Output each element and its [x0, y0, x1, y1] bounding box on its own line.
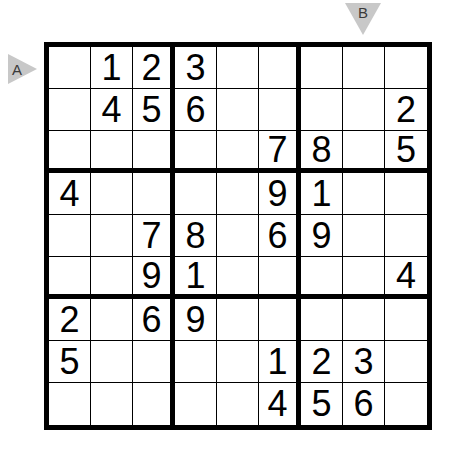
cell-r1c1[interactable] [49, 47, 91, 89]
cell-r8c8[interactable]: 3 [343, 341, 385, 383]
cell-r2c9[interactable]: 2 [385, 89, 427, 131]
cell-r9c8[interactable]: 6 [343, 383, 385, 425]
cell-r1c5[interactable] [217, 47, 259, 89]
cell-r8c2[interactable] [91, 341, 133, 383]
cell-r8c9[interactable] [385, 341, 427, 383]
cell-r8c1[interactable]: 5 [49, 341, 91, 383]
cell-r3c2[interactable] [91, 131, 133, 173]
cell-r1c6[interactable] [259, 47, 301, 89]
cell-r1c2[interactable]: 1 [91, 47, 133, 89]
cell-r9c7[interactable]: 5 [301, 383, 343, 425]
cell-r3c7[interactable]: 8 [301, 131, 343, 173]
cell-r6c3[interactable]: 9 [133, 257, 175, 299]
cell-r3c5[interactable] [217, 131, 259, 173]
cell-r5c8[interactable] [343, 215, 385, 257]
cell-r1c3[interactable]: 2 [133, 47, 175, 89]
cell-r3c1[interactable] [49, 131, 91, 173]
cell-r3c3[interactable] [133, 131, 175, 173]
puzzle-page: A B 123456278549178699142695123456 [0, 0, 472, 469]
cell-r7c1[interactable]: 2 [49, 299, 91, 341]
cell-r9c1[interactable] [49, 383, 91, 425]
cell-r7c7[interactable] [301, 299, 343, 341]
cell-r2c7[interactable] [301, 89, 343, 131]
cell-r4c2[interactable] [91, 173, 133, 215]
cell-r4c4[interactable] [175, 173, 217, 215]
cell-r1c4[interactable]: 3 [175, 47, 217, 89]
cell-r4c7[interactable]: 1 [301, 173, 343, 215]
cell-r7c3[interactable]: 6 [133, 299, 175, 341]
cell-r9c5[interactable] [217, 383, 259, 425]
cell-r4c5[interactable] [217, 173, 259, 215]
cell-r7c4[interactable]: 9 [175, 299, 217, 341]
cell-r4c6[interactable]: 9 [259, 173, 301, 215]
sudoku-board: 123456278549178699142695123456 [44, 42, 432, 430]
cell-r2c8[interactable] [343, 89, 385, 131]
cell-r3c4[interactable] [175, 131, 217, 173]
cell-r7c5[interactable] [217, 299, 259, 341]
cell-r6c5[interactable] [217, 257, 259, 299]
cell-r7c6[interactable] [259, 299, 301, 341]
cell-r5c4[interactable]: 8 [175, 215, 217, 257]
cell-r5c5[interactable] [217, 215, 259, 257]
cell-r2c4[interactable]: 6 [175, 89, 217, 131]
cell-r1c7[interactable] [301, 47, 343, 89]
cell-r9c3[interactable] [133, 383, 175, 425]
cell-r8c6[interactable]: 1 [259, 341, 301, 383]
cell-r5c9[interactable] [385, 215, 427, 257]
cell-r8c5[interactable] [217, 341, 259, 383]
cell-r3c9[interactable]: 5 [385, 131, 427, 173]
cell-r3c6[interactable]: 7 [259, 131, 301, 173]
cell-r4c9[interactable] [385, 173, 427, 215]
cell-r6c2[interactable] [91, 257, 133, 299]
cell-r7c8[interactable] [343, 299, 385, 341]
cell-r4c8[interactable] [343, 173, 385, 215]
cell-r6c4[interactable]: 1 [175, 257, 217, 299]
cell-r2c3[interactable]: 5 [133, 89, 175, 131]
cell-r9c6[interactable]: 4 [259, 383, 301, 425]
cell-r6c6[interactable] [259, 257, 301, 299]
cell-r6c9[interactable]: 4 [385, 257, 427, 299]
cell-r9c9[interactable] [385, 383, 427, 425]
cell-r2c6[interactable] [259, 89, 301, 131]
cell-r1c9[interactable] [385, 47, 427, 89]
cell-r7c2[interactable] [91, 299, 133, 341]
cell-r8c3[interactable] [133, 341, 175, 383]
cell-r5c7[interactable]: 9 [301, 215, 343, 257]
cell-r8c4[interactable] [175, 341, 217, 383]
cell-r9c2[interactable] [91, 383, 133, 425]
cell-r9c4[interactable] [175, 383, 217, 425]
cell-r2c2[interactable]: 4 [91, 89, 133, 131]
cell-r6c1[interactable] [49, 257, 91, 299]
cell-r3c8[interactable] [343, 131, 385, 173]
cell-r5c1[interactable] [49, 215, 91, 257]
marker-a-label: A [12, 61, 22, 78]
cell-r4c1[interactable]: 4 [49, 173, 91, 215]
cell-r5c2[interactable] [91, 215, 133, 257]
cell-r2c5[interactable] [217, 89, 259, 131]
cell-r6c7[interactable] [301, 257, 343, 299]
marker-b: B [345, 3, 381, 35]
cell-r5c3[interactable]: 7 [133, 215, 175, 257]
cell-r5c6[interactable]: 6 [259, 215, 301, 257]
cell-r1c8[interactable] [343, 47, 385, 89]
cell-r2c1[interactable] [49, 89, 91, 131]
cell-r4c3[interactable] [133, 173, 175, 215]
marker-a: A [8, 54, 38, 84]
cell-r7c9[interactable] [385, 299, 427, 341]
marker-b-label: B [358, 4, 368, 21]
cell-r6c8[interactable] [343, 257, 385, 299]
cell-r8c7[interactable]: 2 [301, 341, 343, 383]
